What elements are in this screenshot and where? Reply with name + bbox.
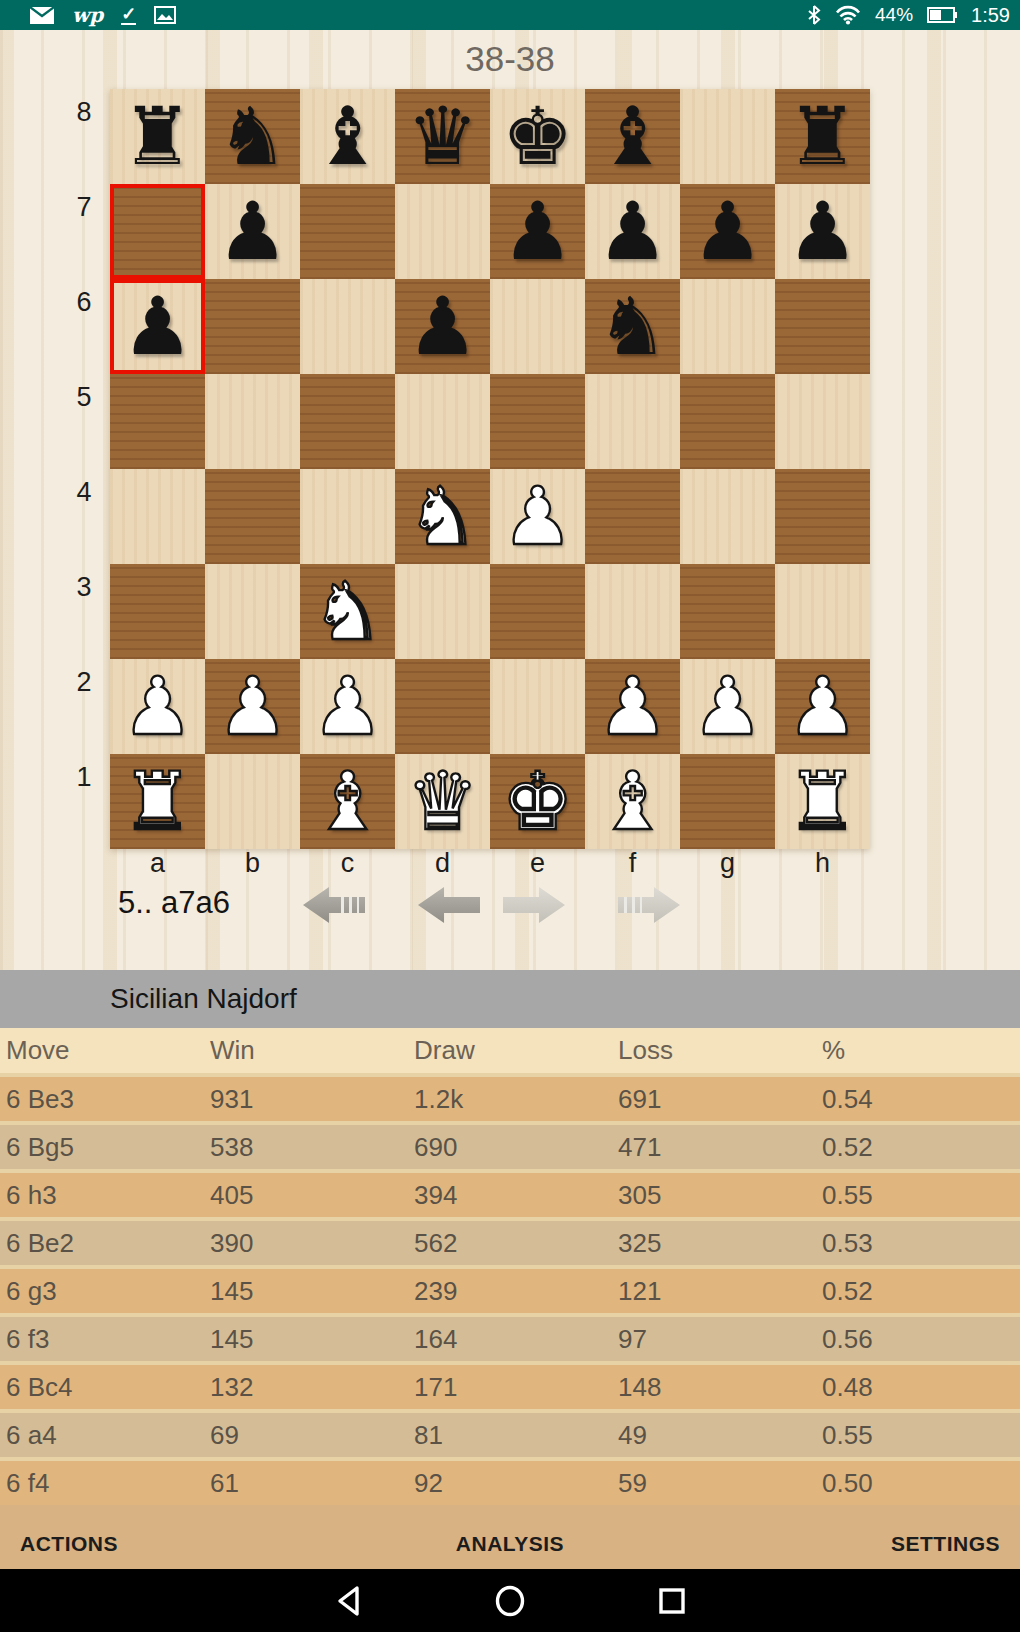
- column-header-pct: %: [816, 1035, 1020, 1066]
- skip-to-start-button[interactable]: [303, 887, 365, 923]
- square-h2[interactable]: ♟: [775, 659, 870, 754]
- cell-move: 6 Bg5: [0, 1132, 204, 1163]
- recents-button[interactable]: [655, 1584, 689, 1618]
- step-back-button[interactable]: [418, 887, 480, 923]
- cell-win: 538: [204, 1132, 408, 1163]
- square-h7[interactable]: ♟: [775, 184, 870, 279]
- cell-draw: 562: [408, 1228, 612, 1259]
- skip-to-end-button[interactable]: [618, 887, 680, 923]
- square-f7[interactable]: ♟: [585, 184, 680, 279]
- table-row-6-f3[interactable]: 6 f3145164970.56: [0, 1313, 1020, 1361]
- square-f3[interactable]: [585, 564, 680, 659]
- cell-win: 69: [204, 1420, 408, 1451]
- table-row-6-Be3[interactable]: 6 Be39311.2k6910.54: [0, 1073, 1020, 1121]
- square-f2[interactable]: ♟: [585, 659, 680, 754]
- square-c8[interactable]: ♝: [300, 89, 395, 184]
- rank-label-6: 6: [64, 279, 104, 374]
- rank-label-4: 4: [64, 469, 104, 564]
- square-f4[interactable]: [585, 469, 680, 564]
- column-header-draw: Draw: [408, 1035, 612, 1066]
- square-b2[interactable]: ♟: [205, 659, 300, 754]
- black-pawn-a6: ♟: [122, 279, 194, 374]
- black-pawn-h7: ♟: [787, 184, 859, 279]
- square-h6[interactable]: [775, 279, 870, 374]
- square-f5[interactable]: [585, 374, 680, 469]
- cell-pct: 0.55: [816, 1180, 1020, 1211]
- square-c6[interactable]: [300, 279, 395, 374]
- square-d6[interactable]: ♟: [395, 279, 490, 374]
- white-pawn-b2: ♟: [217, 659, 289, 754]
- cell-draw: 92: [408, 1468, 612, 1499]
- white-rook-a1: ♜: [122, 754, 194, 849]
- file-labels: abcdefgh: [110, 849, 870, 877]
- square-d5[interactable]: [395, 374, 490, 469]
- white-knight-d4: ♞: [407, 469, 479, 564]
- square-e8[interactable]: ♚: [490, 89, 585, 184]
- square-b3[interactable]: [205, 564, 300, 659]
- file-label-g: g: [680, 849, 775, 877]
- square-f6[interactable]: ♞: [585, 279, 680, 374]
- table-row-6-Bc4[interactable]: 6 Bc41321711480.48: [0, 1361, 1020, 1409]
- square-b7[interactable]: ♟: [205, 184, 300, 279]
- square-e3[interactable]: [490, 564, 585, 659]
- home-button[interactable]: [493, 1584, 527, 1618]
- white-pawn-c2: ♟: [312, 659, 384, 754]
- cell-pct: 0.50: [816, 1468, 1020, 1499]
- cell-win: 390: [204, 1228, 408, 1259]
- cell-pct: 0.52: [816, 1276, 1020, 1307]
- cell-draw: 239: [408, 1276, 612, 1307]
- square-b8[interactable]: ♞: [205, 89, 300, 184]
- table-row-6-Bg5[interactable]: 6 Bg55386904710.52: [0, 1121, 1020, 1169]
- square-c2[interactable]: ♟: [300, 659, 395, 754]
- square-g1[interactable]: [680, 754, 775, 849]
- chess-board[interactable]: ♜♞♝♛♚♝♜♟♟♟♟♟♟♟♞♞♟♞♟♟♟♟♟♟♜♝♛♚♝♜: [110, 89, 870, 849]
- rank-label-1: 1: [64, 754, 104, 849]
- cell-win: 931: [204, 1084, 408, 1115]
- square-h4[interactable]: [775, 469, 870, 564]
- file-label-a: a: [110, 849, 205, 877]
- image-icon: [154, 6, 176, 24]
- step-forward-button[interactable]: [503, 887, 565, 923]
- black-pawn-e7: ♟: [502, 184, 574, 279]
- cell-win: 132: [204, 1372, 408, 1403]
- cell-move: 6 a4: [0, 1420, 204, 1451]
- black-knight-b8: ♞: [217, 89, 289, 184]
- square-c1[interactable]: ♝: [300, 754, 395, 849]
- square-a7[interactable]: [110, 184, 205, 279]
- square-g6[interactable]: [680, 279, 775, 374]
- rank-label-5: 5: [64, 374, 104, 469]
- cell-loss: 59: [612, 1468, 816, 1499]
- square-d1[interactable]: ♛: [395, 754, 490, 849]
- cell-win: 405: [204, 1180, 408, 1211]
- square-h5[interactable]: [775, 374, 870, 469]
- cell-pct: 0.48: [816, 1372, 1020, 1403]
- bottom-action-bar: ACTIONS ANALYSIS SETTINGS: [0, 1505, 1020, 1569]
- white-queen-d1: ♛: [407, 754, 479, 849]
- cell-move: 6 Bc4: [0, 1372, 204, 1403]
- table-row-6-a4[interactable]: 6 a46981490.55: [0, 1409, 1020, 1457]
- file-label-e: e: [490, 849, 585, 877]
- rank-label-8: 8: [64, 89, 104, 184]
- actions-button[interactable]: ACTIONS: [20, 1532, 118, 1556]
- square-e5[interactable]: [490, 374, 585, 469]
- system-status: 44% 1:59: [807, 4, 1020, 27]
- stats-table: 6 Be39311.2k6910.546 Bg55386904710.526 h…: [0, 1073, 1020, 1505]
- square-c3[interactable]: ♞: [300, 564, 395, 659]
- table-row-6-f4[interactable]: 6 f46192590.50: [0, 1457, 1020, 1505]
- file-label-c: c: [300, 849, 395, 877]
- rank-label-3: 3: [64, 564, 104, 659]
- square-d3[interactable]: [395, 564, 490, 659]
- square-d8[interactable]: ♛: [395, 89, 490, 184]
- cell-draw: 690: [408, 1132, 612, 1163]
- analysis-button[interactable]: ANALYSIS: [0, 1532, 1020, 1556]
- black-pawn-d6: ♟: [407, 279, 479, 374]
- cell-draw: 1.2k: [408, 1084, 612, 1115]
- square-g7[interactable]: ♟: [680, 184, 775, 279]
- battery-percent: 44%: [875, 4, 913, 26]
- file-label-d: d: [395, 849, 490, 877]
- move-controls-row: 5.. a7a6: [0, 877, 1020, 937]
- android-nav-bar: [0, 1569, 1020, 1632]
- current-move-label: 5.. a7a6: [118, 885, 230, 921]
- square-e4[interactable]: ♟: [490, 469, 585, 564]
- square-g8[interactable]: [680, 89, 775, 184]
- square-e2[interactable]: [490, 659, 585, 754]
- square-h3[interactable]: [775, 564, 870, 659]
- bluetooth-icon: [807, 5, 821, 25]
- square-g5[interactable]: [680, 374, 775, 469]
- page-title: 38-38: [0, 30, 1020, 88]
- table-row-6-h3[interactable]: 6 h34053943050.55: [0, 1169, 1020, 1217]
- cell-move: 6 Be2: [0, 1228, 204, 1259]
- cell-win: 61: [204, 1468, 408, 1499]
- square-a8[interactable]: ♜: [110, 89, 205, 184]
- square-b6[interactable]: [205, 279, 300, 374]
- square-f1[interactable]: ♝: [585, 754, 680, 849]
- black-rook-a8: ♜: [122, 89, 194, 184]
- square-b4[interactable]: [205, 469, 300, 564]
- cell-loss: 305: [612, 1180, 816, 1211]
- cell-move: 6 f4: [0, 1468, 204, 1499]
- cell-loss: 97: [612, 1324, 816, 1355]
- wifi-icon: [835, 5, 861, 25]
- square-e1[interactable]: ♚: [490, 754, 585, 849]
- cell-pct: 0.52: [816, 1132, 1020, 1163]
- black-pawn-f7: ♟: [597, 184, 669, 279]
- rank-label-2: 2: [64, 659, 104, 754]
- white-pawn-g2: ♟: [692, 659, 764, 754]
- black-queen-d8: ♛: [407, 89, 479, 184]
- cell-pct: 0.56: [816, 1324, 1020, 1355]
- stats-table-header: MoveWinDrawLoss%: [0, 1028, 1020, 1073]
- square-b5[interactable]: [205, 374, 300, 469]
- white-king-e1: ♚: [502, 754, 574, 849]
- square-h1[interactable]: ♜: [775, 754, 870, 849]
- wp-icon: wp: [72, 5, 103, 25]
- cell-loss: 691: [612, 1084, 816, 1115]
- white-knight-c3: ♞: [312, 564, 384, 659]
- cell-move: 6 g3: [0, 1276, 204, 1307]
- square-a1[interactable]: ♜: [110, 754, 205, 849]
- column-header-win: Win: [204, 1035, 408, 1066]
- check-icon: ✓: [121, 6, 136, 25]
- cell-pct: 0.54: [816, 1084, 1020, 1115]
- file-label-b: b: [205, 849, 300, 877]
- cell-pct: 0.53: [816, 1228, 1020, 1259]
- cell-loss: 471: [612, 1132, 816, 1163]
- square-a5[interactable]: [110, 374, 205, 469]
- square-a3[interactable]: [110, 564, 205, 659]
- black-knight-f6: ♞: [597, 279, 669, 374]
- file-label-h: h: [775, 849, 870, 877]
- square-g3[interactable]: [680, 564, 775, 659]
- cell-loss: 148: [612, 1372, 816, 1403]
- black-bishop-f8: ♝: [597, 89, 669, 184]
- square-f8[interactable]: ♝: [585, 89, 680, 184]
- square-c5[interactable]: [300, 374, 395, 469]
- status-bar: wp ✓ 44% 1:59: [0, 0, 1020, 30]
- square-c4[interactable]: [300, 469, 395, 564]
- white-bishop-f1: ♝: [597, 754, 669, 849]
- cell-move: 6 h3: [0, 1180, 204, 1211]
- white-pawn-e4: ♟: [502, 469, 574, 564]
- black-rook-h8: ♜: [787, 89, 859, 184]
- white-pawn-a2: ♟: [122, 659, 194, 754]
- white-rook-h1: ♜: [787, 754, 859, 849]
- cell-move: 6 f3: [0, 1324, 204, 1355]
- mail-icon: [30, 7, 54, 24]
- table-row-6-Be2[interactable]: 6 Be23905623250.53: [0, 1217, 1020, 1265]
- table-row-6-g3[interactable]: 6 g31452391210.52: [0, 1265, 1020, 1313]
- rank-label-7: 7: [64, 184, 104, 279]
- notification-icons: wp ✓: [0, 5, 176, 25]
- square-h8[interactable]: ♜: [775, 89, 870, 184]
- square-g4[interactable]: [680, 469, 775, 564]
- square-g2[interactable]: ♟: [680, 659, 775, 754]
- square-d4[interactable]: ♞: [395, 469, 490, 564]
- cell-loss: 121: [612, 1276, 816, 1307]
- black-pawn-b7: ♟: [217, 184, 289, 279]
- cell-move: 6 Be3: [0, 1084, 204, 1115]
- white-bishop-c1: ♝: [312, 754, 384, 849]
- square-e6[interactable]: [490, 279, 585, 374]
- cell-draw: 394: [408, 1180, 612, 1211]
- square-d7[interactable]: [395, 184, 490, 279]
- cell-win: 145: [204, 1276, 408, 1307]
- square-a6[interactable]: ♟: [110, 279, 205, 374]
- square-a4[interactable]: [110, 469, 205, 564]
- opening-name: Sicilian Najdorf: [110, 983, 297, 1015]
- rank-labels: 87654321: [64, 89, 104, 849]
- white-pawn-h2: ♟: [787, 659, 859, 754]
- opening-name-bar: Sicilian Najdorf: [0, 970, 1020, 1028]
- cell-draw: 81: [408, 1420, 612, 1451]
- cell-loss: 325: [612, 1228, 816, 1259]
- black-bishop-c8: ♝: [312, 89, 384, 184]
- clock-time: 1:59: [971, 4, 1010, 27]
- settings-button[interactable]: SETTINGS: [891, 1532, 1000, 1556]
- battery-icon: [927, 7, 957, 23]
- cell-draw: 164: [408, 1324, 612, 1355]
- cell-pct: 0.55: [816, 1420, 1020, 1451]
- black-pawn-g7: ♟: [692, 184, 764, 279]
- column-header-move: Move: [0, 1035, 204, 1066]
- square-c7[interactable]: [300, 184, 395, 279]
- column-header-loss: Loss: [612, 1035, 816, 1066]
- cell-draw: 171: [408, 1372, 612, 1403]
- cell-win: 145: [204, 1324, 408, 1355]
- square-e7[interactable]: ♟: [490, 184, 585, 279]
- square-a2[interactable]: ♟: [110, 659, 205, 754]
- square-b1[interactable]: [205, 754, 300, 849]
- cell-loss: 49: [612, 1420, 816, 1451]
- back-button[interactable]: [331, 1584, 365, 1618]
- white-pawn-f2: ♟: [597, 659, 669, 754]
- file-label-f: f: [585, 849, 680, 877]
- black-king-e8: ♚: [502, 89, 574, 184]
- square-d2[interactable]: [395, 659, 490, 754]
